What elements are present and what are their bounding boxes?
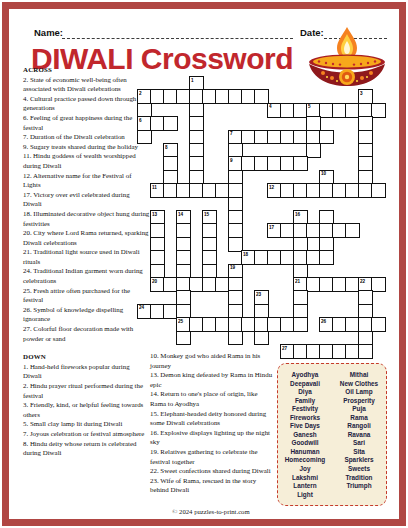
- cell-number: 15: [204, 212, 209, 217]
- across-heading: ACROSS: [23, 65, 150, 75]
- word-bank-item: New Clothes: [332, 380, 386, 389]
- word-bank-item: Hanuman: [278, 448, 332, 457]
- clue-item: 7. Duration of the Diwali celebration: [23, 132, 150, 142]
- clue-item: 7. Joyous celebration or festival atmosp…: [23, 429, 150, 439]
- down-heading: DOWN: [23, 352, 150, 362]
- clue-item: 12. Alternative name for the Festival of…: [23, 171, 150, 190]
- cell-number: 21: [295, 279, 300, 284]
- clue-item: 21. Traditional light source used in Diw…: [23, 247, 150, 266]
- copyright-footer: © 2024 puzzles-to-print.com: [146, 508, 276, 515]
- cell-number: 23: [256, 292, 261, 297]
- clue-item: 1. Hand-held fireworks popular during Di…: [23, 362, 150, 381]
- word-bank-item: Lantern: [278, 482, 332, 491]
- cell-number: 3: [360, 91, 363, 96]
- word-bank-item: Tradition: [332, 474, 386, 483]
- across-clue-list: 2. State of economic well-being often as…: [23, 75, 150, 344]
- word-bank-item: Rangoli: [332, 422, 386, 431]
- clue-item: 3. Friendly, kind, or helpful feeling to…: [23, 400, 150, 419]
- grid-cell[interactable]: [228, 331, 243, 346]
- word-bank-item: Rama: [332, 414, 386, 423]
- cell-number: 19: [230, 265, 235, 270]
- word-bank-item: Ayodhya: [278, 371, 332, 380]
- clue-item: 23. Wife of Rama, rescued in the story b…: [150, 476, 273, 495]
- clue-item: 25. Fresh attire often purchased for the…: [23, 286, 150, 305]
- down-clue-list-middle: 10. Monkey god who aided Rama in his jou…: [150, 351, 273, 495]
- cell-number: 16: [295, 212, 300, 217]
- cell-number: 8: [165, 145, 168, 150]
- name-label: Name:: [34, 27, 63, 38]
- word-bank-column-1: AyodhyaDeepavaliDiyaFamilyFestivityFirew…: [278, 371, 332, 505]
- cell-number: 25: [178, 319, 183, 324]
- clue-item: 24. Traditional Indian garment worn duri…: [23, 266, 150, 285]
- word-bank-item: Family: [278, 397, 332, 406]
- grid-cell[interactable]: [163, 116, 178, 131]
- clue-item: 26. Symbol of knowledge dispelling ignor…: [23, 305, 150, 324]
- word-bank-item: Sweets: [332, 465, 386, 474]
- cell-number: 4: [269, 104, 272, 109]
- cell-number: 18: [243, 252, 248, 257]
- crossword-grid: 1234567891011121314151617181920212223242…: [137, 76, 386, 359]
- down-clue-list-left: 1. Hand-held fireworks popular during Di…: [23, 362, 150, 458]
- word-bank-item: Fireworks: [278, 414, 332, 423]
- name-input-line[interactable]: [62, 27, 293, 39]
- cell-number: 7: [230, 131, 233, 136]
- clue-item: 6. Feeling of great happiness during the…: [23, 113, 150, 132]
- word-bank-item: Sita: [332, 448, 386, 457]
- cell-number: 13: [152, 212, 157, 217]
- word-bank-item: Puja: [332, 405, 386, 414]
- word-bank-item: Lakshmi: [278, 474, 332, 483]
- grid-cell[interactable]: [293, 317, 308, 332]
- word-bank-item: Homecoming: [278, 456, 332, 465]
- grid-cell[interactable]: [371, 183, 386, 198]
- clue-item: 20. City where Lord Rama returned, spark…: [23, 228, 150, 247]
- word-bank-item: Sparklers: [332, 456, 386, 465]
- cell-number: 5: [308, 104, 311, 109]
- clue-item: 9. Sugary treats shared during the holid…: [23, 142, 150, 152]
- word-bank-item: Oil Lamp: [332, 388, 386, 397]
- clue-item: 19. Relatives gathering to celebrate the…: [150, 447, 273, 466]
- cell-number: 26: [321, 319, 326, 324]
- clue-item: 4. Cultural practice passed down through…: [23, 94, 150, 113]
- word-bank-item: Mithai: [332, 371, 386, 380]
- clue-item: 11. Hindu goddess of wealth worshipped d…: [23, 151, 150, 170]
- clue-item: 10. Monkey god who aided Rama in his jou…: [150, 351, 273, 370]
- cell-number: 20: [152, 279, 157, 284]
- grid-cell[interactable]: [345, 223, 360, 238]
- clue-item: 2. Hindu prayer ritual performed during …: [23, 381, 150, 400]
- grid-cell[interactable]: [319, 130, 334, 145]
- clue-item: 14. Return to one's place of origin, lik…: [150, 389, 273, 408]
- word-bank-item: Light: [278, 491, 332, 500]
- grid-cell[interactable]: [254, 331, 269, 346]
- word-bank-item: Festivity: [278, 405, 332, 414]
- clue-column-middle: 10. Monkey god who aided Rama in his jou…: [150, 351, 273, 495]
- clue-item: 5. Small clay lamp lit during Diwali: [23, 419, 150, 429]
- grid-cell[interactable]: [293, 156, 308, 171]
- grid-cell[interactable]: [371, 317, 386, 332]
- word-bank-item: Diya: [278, 388, 332, 397]
- word-bank-item: Five Days: [278, 422, 332, 431]
- word-bank-item: Triumph: [332, 482, 386, 491]
- grid-cell[interactable]: [371, 277, 386, 292]
- grid-cell[interactable]: [306, 143, 321, 158]
- clue-item: 2. State of economic well-being often as…: [23, 75, 150, 94]
- grid-cell[interactable]: [319, 250, 334, 265]
- word-bank-item: Ganesh: [278, 431, 332, 440]
- clue-item: 22. Sweet confections shared during Diwa…: [150, 466, 273, 476]
- cell-number: 17: [269, 225, 274, 230]
- clue-item: 27. Colorful floor decoration made with …: [23, 324, 150, 343]
- grid-cell[interactable]: [358, 344, 373, 359]
- word-bank: AyodhyaDeepavaliDiyaFamilyFestivityFirew…: [277, 363, 387, 506]
- grid-cell[interactable]: [371, 103, 386, 118]
- clue-item: 13. Demon king defeated by Rama in Hindu…: [150, 370, 273, 389]
- cell-number: 9: [230, 158, 233, 163]
- cell-number: 22: [360, 279, 365, 284]
- word-bank-item: Sari: [332, 439, 386, 448]
- word-bank-column-2: MithaiNew ClothesOil LampProsperityPujaR…: [332, 371, 386, 505]
- cell-number: 1: [191, 78, 194, 83]
- word-bank-item: Goodwill: [278, 439, 332, 448]
- clue-item: 17. Victory over evil celebrated during …: [23, 190, 150, 209]
- cell-number: 10: [321, 171, 326, 176]
- clue-item: 8. Hindu deity whose return is celebrate…: [23, 439, 150, 458]
- clue-column-left: ACROSS 2. State of economic well-being o…: [23, 65, 150, 458]
- cell-number: 12: [269, 185, 274, 190]
- cell-number: 14: [178, 212, 183, 217]
- cell-number: 27: [282, 346, 287, 351]
- clue-item: 16. Explosive displays lighting up the n…: [150, 428, 273, 447]
- word-bank-item: Prosperity: [332, 397, 386, 406]
- word-bank-item: Ravana: [332, 431, 386, 440]
- clue-item: 18. Illuminated decorative object hung d…: [23, 209, 150, 228]
- grid-cell[interactable]: [176, 331, 191, 346]
- cell-number: 11: [152, 185, 157, 190]
- word-bank-item: Joy: [278, 465, 332, 474]
- clue-item: 15. Elephant-headed deity honored during…: [150, 409, 273, 428]
- word-bank-item: Deepavali: [278, 380, 332, 389]
